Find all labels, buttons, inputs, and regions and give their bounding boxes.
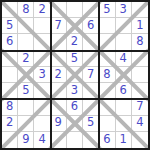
cell-r9c3[interactable]: 4 bbox=[34, 132, 50, 148]
cell-r8c9[interactable]: 4 bbox=[132, 116, 148, 132]
cell-r3c8[interactable] bbox=[116, 34, 132, 50]
cell-r9c4[interactable] bbox=[51, 132, 67, 148]
given-digit: 6 bbox=[103, 134, 110, 146]
cell-r9c7[interactable]: 6 bbox=[99, 132, 115, 148]
cell-r5c9[interactable] bbox=[132, 67, 148, 83]
cell-r4c7[interactable] bbox=[99, 51, 115, 67]
cell-r8c3[interactable] bbox=[34, 116, 50, 132]
cell-r2c9[interactable]: 1 bbox=[132, 18, 148, 34]
cell-r6c6[interactable] bbox=[83, 83, 99, 99]
cell-r9c5[interactable] bbox=[67, 132, 83, 148]
cell-r5c1[interactable] bbox=[2, 67, 18, 83]
given-digit: 9 bbox=[22, 134, 29, 146]
cell-r6c9[interactable] bbox=[132, 83, 148, 99]
cell-r1c7[interactable]: 5 bbox=[99, 2, 115, 18]
given-digit: 4 bbox=[136, 117, 143, 129]
cell-r9c1[interactable] bbox=[2, 132, 18, 148]
cell-r7c7[interactable] bbox=[99, 99, 115, 115]
given-digit: 6 bbox=[71, 101, 78, 113]
cell-r1c1[interactable] bbox=[2, 2, 18, 18]
given-digit: 7 bbox=[136, 101, 143, 113]
cell-r7c8[interactable] bbox=[116, 99, 132, 115]
cell-r4c1[interactable] bbox=[2, 51, 18, 67]
cell-r5c6[interactable]: 7 bbox=[83, 67, 99, 83]
cell-r3c9[interactable]: 8 bbox=[132, 34, 148, 50]
cell-r8c4[interactable]: 9 bbox=[51, 116, 67, 132]
given-digit: 3 bbox=[119, 4, 126, 16]
cell-r3c4[interactable] bbox=[51, 34, 67, 50]
cell-r4c5[interactable]: 5 bbox=[67, 51, 83, 67]
cell-r5c7[interactable]: 8 bbox=[99, 67, 115, 83]
cell-r8c8[interactable] bbox=[116, 116, 132, 132]
cell-r1c6[interactable] bbox=[83, 2, 99, 18]
cell-r5c4[interactable]: 2 bbox=[51, 67, 67, 83]
cell-r1c3[interactable]: 2 bbox=[34, 2, 50, 18]
cell-r6c3[interactable] bbox=[34, 83, 50, 99]
given-digit: 1 bbox=[119, 134, 126, 146]
cell-r6c2[interactable]: 5 bbox=[18, 83, 34, 99]
cell-r7c4[interactable] bbox=[51, 99, 67, 115]
cell-r5c8[interactable] bbox=[116, 67, 132, 83]
cell-r2c2[interactable] bbox=[18, 18, 34, 34]
cell-r6c5[interactable]: 3 bbox=[67, 83, 83, 99]
given-digit: 7 bbox=[87, 69, 94, 81]
cell-r5c5[interactable] bbox=[67, 67, 83, 83]
given-digit: 6 bbox=[6, 36, 13, 48]
cell-r4c4[interactable] bbox=[51, 51, 67, 67]
given-digit: 2 bbox=[6, 117, 13, 129]
given-digit: 8 bbox=[136, 36, 143, 48]
given-digit: 2 bbox=[55, 69, 62, 81]
cell-r9c9[interactable] bbox=[132, 132, 148, 148]
cell-r8c5[interactable] bbox=[67, 116, 83, 132]
sudoku-board: 82535761628254327853686729549461 bbox=[0, 0, 150, 150]
given-digit: 8 bbox=[6, 101, 13, 113]
cell-r5c2[interactable] bbox=[18, 67, 34, 83]
cell-r7c3[interactable] bbox=[34, 99, 50, 115]
cell-r7c6[interactable] bbox=[83, 99, 99, 115]
cell-r1c9[interactable] bbox=[132, 2, 148, 18]
cell-r3c1[interactable]: 6 bbox=[2, 34, 18, 50]
given-digit: 2 bbox=[38, 4, 45, 16]
cell-r8c1[interactable]: 2 bbox=[2, 116, 18, 132]
cell-r2c5[interactable] bbox=[67, 18, 83, 34]
cell-r7c2[interactable] bbox=[18, 99, 34, 115]
cell-r3c5[interactable]: 2 bbox=[67, 34, 83, 50]
given-digit: 1 bbox=[136, 20, 143, 32]
cell-r8c2[interactable] bbox=[18, 116, 34, 132]
cell-r3c3[interactable] bbox=[34, 34, 50, 50]
cell-r2c6[interactable]: 6 bbox=[83, 18, 99, 34]
given-digit: 5 bbox=[71, 53, 78, 65]
cell-r4c8[interactable]: 4 bbox=[116, 51, 132, 67]
cell-r1c4[interactable] bbox=[51, 2, 67, 18]
sudoku-grid: 82535761628254327853686729549461 bbox=[2, 2, 148, 148]
given-digit: 3 bbox=[38, 69, 45, 81]
given-digit: 3 bbox=[71, 85, 78, 97]
given-digit: 8 bbox=[22, 4, 29, 16]
cell-r5c3[interactable]: 3 bbox=[34, 67, 50, 83]
cell-r6c4[interactable] bbox=[51, 83, 67, 99]
cell-r6c7[interactable] bbox=[99, 83, 115, 99]
given-digit: 5 bbox=[6, 20, 13, 32]
cell-r1c2[interactable]: 8 bbox=[18, 2, 34, 18]
given-digit: 4 bbox=[119, 53, 126, 65]
cell-r4c2[interactable]: 2 bbox=[18, 51, 34, 67]
cell-r8c7[interactable] bbox=[99, 116, 115, 132]
cell-r2c4[interactable]: 7 bbox=[51, 18, 67, 34]
cell-r3c2[interactable] bbox=[18, 34, 34, 50]
given-digit: 9 bbox=[55, 117, 62, 129]
cell-r9c6[interactable] bbox=[83, 132, 99, 148]
cell-r1c5[interactable] bbox=[67, 2, 83, 18]
given-digit: 2 bbox=[71, 36, 78, 48]
given-digit: 5 bbox=[87, 117, 94, 129]
cell-r2c7[interactable] bbox=[99, 18, 115, 34]
cell-r3c7[interactable] bbox=[99, 34, 115, 50]
given-digit: 2 bbox=[22, 53, 29, 65]
cell-r2c1[interactable]: 5 bbox=[2, 18, 18, 34]
cell-r2c8[interactable] bbox=[116, 18, 132, 34]
cell-r4c3[interactable] bbox=[34, 51, 50, 67]
given-digit: 8 bbox=[103, 69, 110, 81]
cell-r6c8[interactable]: 6 bbox=[116, 83, 132, 99]
cell-r4c9[interactable] bbox=[132, 51, 148, 67]
cell-r7c1[interactable]: 8 bbox=[2, 99, 18, 115]
cell-r3c6[interactable] bbox=[83, 34, 99, 50]
given-digit: 4 bbox=[38, 134, 45, 146]
given-digit: 7 bbox=[55, 20, 62, 32]
cell-r9c2[interactable]: 9 bbox=[18, 132, 34, 148]
cell-r9c8[interactable]: 1 bbox=[116, 132, 132, 148]
given-digit: 5 bbox=[22, 85, 29, 97]
cell-r2c3[interactable] bbox=[34, 18, 50, 34]
cell-r4c6[interactable] bbox=[83, 51, 99, 67]
given-digit: 6 bbox=[119, 85, 126, 97]
cell-r8c6[interactable]: 5 bbox=[83, 116, 99, 132]
given-digit: 6 bbox=[87, 20, 94, 32]
given-digit: 5 bbox=[103, 4, 110, 16]
cell-r7c9[interactable]: 7 bbox=[132, 99, 148, 115]
cell-r6c1[interactable] bbox=[2, 83, 18, 99]
cell-r1c8[interactable]: 3 bbox=[116, 2, 132, 18]
cell-r7c5[interactable]: 6 bbox=[67, 99, 83, 115]
